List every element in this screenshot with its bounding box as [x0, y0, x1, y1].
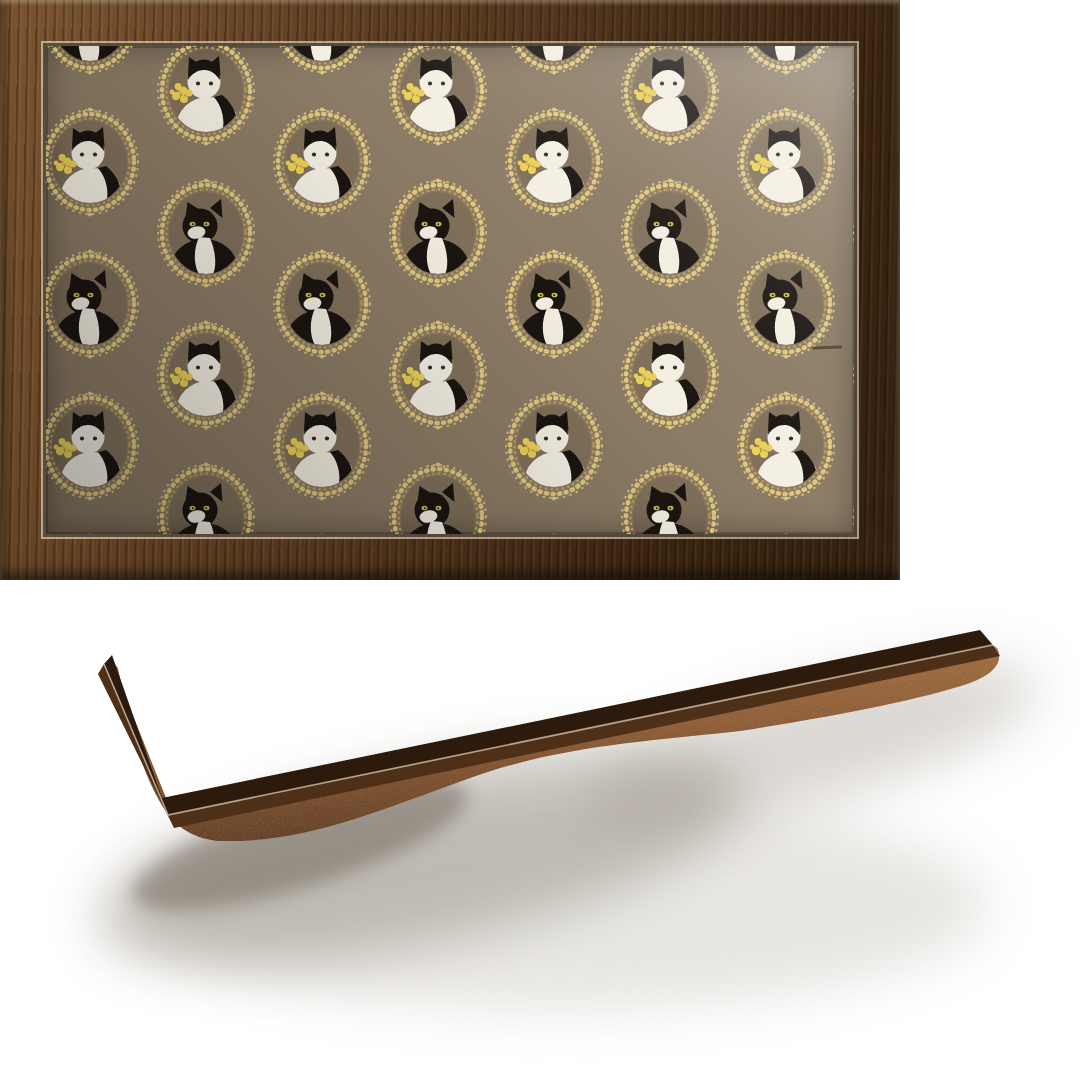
medallion-white-cat: [274, 107, 370, 230]
medallion-white-cat: [274, 391, 370, 514]
medallion-black-cat: [738, 46, 834, 88]
medallion-black-cat: [506, 46, 602, 88]
medallion-black-cat: [158, 462, 254, 534]
medallion-white-cat: [390, 46, 486, 159]
medallion-black-cat: [274, 533, 370, 534]
medallion-white-cat: [738, 107, 834, 230]
medallion-white-cat: [506, 391, 602, 514]
medallion-black-cat: [622, 462, 718, 534]
medallion-white-cat: [622, 320, 718, 443]
medallion-black-cat: [46, 46, 138, 88]
cat-pattern-print: [46, 46, 854, 534]
medallion-black-cat: [390, 178, 486, 301]
medallion-white-cat: [390, 320, 486, 443]
medallion-white-cat: [158, 320, 254, 443]
medallion-black-cat: [738, 533, 834, 534]
medallion-pattern: [46, 46, 854, 534]
medallion-white-cat: [158, 46, 254, 159]
medallion-black-cat: [158, 178, 254, 301]
medallion-black-cat: [46, 249, 138, 372]
medallion-black-cat: [274, 46, 370, 88]
medallion-black-cat: [738, 249, 834, 372]
medallion-white-cat: [738, 391, 834, 514]
medallion-black-cat: [46, 533, 138, 534]
medallion-white-cat: [622, 46, 718, 159]
medallion-white-cat: [46, 391, 138, 514]
medallion-black-cat: [506, 249, 602, 372]
medallion-black-cat: [390, 462, 486, 534]
product-photo-scene: [0, 0, 1080, 1080]
medallion-black-cat: [622, 178, 718, 301]
lap-tray-top: [0, 0, 900, 580]
medallion-white-cat: [46, 107, 138, 230]
medallion-black-cat: [274, 249, 370, 372]
medallion-black-cat: [506, 533, 602, 534]
medallion-white-cat: [506, 107, 602, 230]
